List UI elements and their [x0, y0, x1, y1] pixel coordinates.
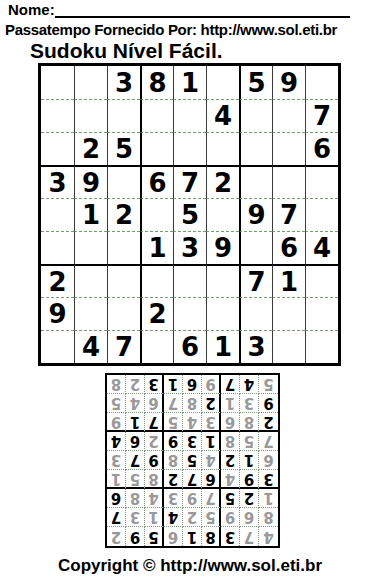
- puzzle-cell: [107, 231, 140, 264]
- solution-cell: 2: [164, 470, 183, 489]
- solution-cell: 4: [145, 489, 164, 508]
- puzzle-cell: [239, 165, 272, 198]
- solution-cell: 1: [202, 432, 221, 451]
- puzzle-cell: [41, 132, 74, 165]
- puzzle-cell: 7: [305, 99, 338, 132]
- puzzle-cell: [206, 297, 239, 330]
- puzzle-cell: 9: [41, 297, 74, 330]
- puzzle-cell: [107, 99, 140, 132]
- solution-grid: 4738165928695241371257934863946728516124…: [105, 373, 280, 548]
- solution-cell: 5: [183, 451, 202, 470]
- puzzle-cell: 7: [173, 165, 206, 198]
- puzzle-cell: [305, 198, 338, 231]
- solution-cell: 3: [126, 508, 145, 527]
- solution-cell: 1: [221, 394, 240, 413]
- puzzle-cell: 3: [173, 231, 206, 264]
- solution-cell: 8: [107, 375, 126, 394]
- puzzle-cell: [107, 264, 140, 297]
- name-label: Nome:: [8, 1, 55, 18]
- puzzle-cell: 2: [74, 132, 107, 165]
- puzzle-cell: 4: [206, 99, 239, 132]
- solution-cell: 1: [259, 489, 278, 508]
- puzzle-cell: 9: [74, 165, 107, 198]
- solution-cell: 3: [202, 413, 221, 432]
- puzzle-cell: 5: [173, 198, 206, 231]
- puzzle-cell: [239, 297, 272, 330]
- puzzle-cell: [107, 165, 140, 198]
- solution-cell: 9: [145, 451, 164, 470]
- solution-cell: 7: [183, 470, 202, 489]
- puzzle-cell: 6: [140, 165, 173, 198]
- copyright-text: Copyright © http://www.sol.eti.br: [0, 556, 380, 576]
- solution-cell: 5: [107, 394, 126, 413]
- solution-cell: 9: [202, 375, 221, 394]
- solution-cell: 6: [145, 394, 164, 413]
- puzzle-cell: [74, 99, 107, 132]
- puzzle-cell: [239, 231, 272, 264]
- solution-cell: 2: [145, 432, 164, 451]
- puzzle-cell: [41, 198, 74, 231]
- puzzle-cell: [305, 264, 338, 297]
- solution-cell: 6: [221, 413, 240, 432]
- solution-cell: 1: [164, 375, 183, 394]
- name-row: Nome:: [8, 1, 350, 18]
- puzzle-cell: [173, 132, 206, 165]
- puzzle-cell: 4: [305, 231, 338, 264]
- puzzle-cell: [206, 264, 239, 297]
- solution-cell: 9: [183, 489, 202, 508]
- solution-cell: 4: [107, 432, 126, 451]
- solution-cell: 4: [221, 470, 240, 489]
- puzzle-cell: 1: [140, 231, 173, 264]
- solution-cell: 8: [202, 527, 221, 546]
- solution-cell: 7: [259, 432, 278, 451]
- puzzle-cell: 1: [74, 198, 107, 231]
- solution-cell: 4: [126, 394, 145, 413]
- puzzle-cell: 3: [107, 66, 140, 99]
- puzzle-cell: [206, 132, 239, 165]
- puzzle-cell: [239, 132, 272, 165]
- puzzle-cell: [206, 198, 239, 231]
- solution-cell: 4: [202, 451, 221, 470]
- solution-cell: 3: [107, 451, 126, 470]
- solution-cell: 7: [202, 489, 221, 508]
- puzzle-cell: 9: [272, 66, 305, 99]
- puzzle-cell: [41, 99, 74, 132]
- solution-cell: 6: [126, 432, 145, 451]
- puzzle-cell: 6: [272, 231, 305, 264]
- solution-cell: 7: [221, 375, 240, 394]
- solution-cell: 5: [240, 432, 259, 451]
- puzzle-cell: 1: [272, 264, 305, 297]
- puzzle-cell: [41, 330, 74, 363]
- solution-cell: 8: [164, 451, 183, 470]
- puzzle-cell: 6: [173, 330, 206, 363]
- solution-cell: 4: [259, 527, 278, 546]
- puzzle-cell: [305, 330, 338, 363]
- solution-cell: 3: [259, 470, 278, 489]
- solution-cell: 8: [126, 489, 145, 508]
- puzzle-cell: 8: [140, 66, 173, 99]
- solution-cell: 5: [202, 508, 221, 527]
- puzzle-cell: 7: [107, 330, 140, 363]
- puzzle-cell: [173, 297, 206, 330]
- solution-cell: 6: [164, 527, 183, 546]
- puzzle-cell: [272, 165, 305, 198]
- puzzle-cell: 6: [305, 132, 338, 165]
- solution-cell: 3: [221, 527, 240, 546]
- solution-cell: 8: [145, 470, 164, 489]
- solution-cell: 6: [107, 489, 126, 508]
- solution-cell: 9: [259, 394, 278, 413]
- solution-cell: 5: [126, 470, 145, 489]
- puzzle-cell: 5: [239, 66, 272, 99]
- puzzle-cell: 9: [239, 198, 272, 231]
- solution-cell: 2: [107, 527, 126, 546]
- puzzle-cell: [74, 66, 107, 99]
- puzzle-cell: 2: [206, 165, 239, 198]
- solution-cell: 7: [145, 413, 164, 432]
- solution-cell: 1: [240, 451, 259, 470]
- puzzle-cell: [272, 297, 305, 330]
- solution-cell: 1: [145, 508, 164, 527]
- puzzle-cell: [140, 198, 173, 231]
- solution-cell: 4: [183, 413, 202, 432]
- puzzle-cell: [107, 297, 140, 330]
- solution-cell: 2: [221, 451, 240, 470]
- solution-cell: 3: [164, 489, 183, 508]
- puzzle-cell: 1: [173, 66, 206, 99]
- puzzle-cell: [140, 132, 173, 165]
- puzzle-cell: 5: [107, 132, 140, 165]
- solution-cell: 2: [126, 375, 145, 394]
- solution-cell: 7: [164, 394, 183, 413]
- puzzle-cell: 2: [107, 198, 140, 231]
- puzzle-cell: [74, 231, 107, 264]
- puzzle-cell: [272, 330, 305, 363]
- solution-cell: 9: [107, 413, 126, 432]
- solution-cell: 2: [202, 394, 221, 413]
- name-write-line: [55, 1, 350, 18]
- puzzle-cell: 7: [272, 198, 305, 231]
- puzzle-cell: 1: [206, 330, 239, 363]
- solution-cell: 5: [259, 375, 278, 394]
- puzzle-cell: [74, 297, 107, 330]
- solution-cell: 6: [259, 451, 278, 470]
- puzzle-cell: [140, 99, 173, 132]
- solution-cell: 5: [145, 527, 164, 546]
- solution-cell: 5: [164, 413, 183, 432]
- puzzle-cell: [239, 99, 272, 132]
- solution-cell: 4: [164, 508, 183, 527]
- solution-cell: 8: [259, 508, 278, 527]
- solution-cell: 3: [240, 394, 259, 413]
- provided-by-text: Passatempo Fornecido Por: http://www.sol…: [5, 21, 337, 38]
- solution-cell: 3: [145, 375, 164, 394]
- puzzle-cell: [173, 264, 206, 297]
- puzzle-cell: 4: [74, 330, 107, 363]
- puzzle-cell: [305, 297, 338, 330]
- solution-cell: 1: [183, 527, 202, 546]
- page-title: Sudoku Nível Fácil.: [30, 39, 223, 63]
- solution-cell: 1: [107, 470, 126, 489]
- solution-cell: 8: [240, 413, 259, 432]
- main-sudoku-grid: 38159472563967212597139642719247613: [38, 63, 341, 366]
- puzzle-cell: [272, 132, 305, 165]
- puzzle-cell: [41, 66, 74, 99]
- puzzle-cell: [305, 66, 338, 99]
- solution-cell: 8: [183, 394, 202, 413]
- solution-cell: 2: [240, 489, 259, 508]
- solution-cell: 7: [126, 451, 145, 470]
- solution-cell: 5: [221, 489, 240, 508]
- puzzle-cell: [305, 165, 338, 198]
- puzzle-cell: [74, 264, 107, 297]
- puzzle-cell: 2: [140, 297, 173, 330]
- solution-cell: 7: [107, 508, 126, 527]
- solution-cell: 6: [183, 375, 202, 394]
- solution-cell: 9: [164, 432, 183, 451]
- solution-cell: 8: [221, 432, 240, 451]
- solution-cell: 1: [126, 413, 145, 432]
- solution-cell: 3: [183, 432, 202, 451]
- puzzle-cell: 3: [239, 330, 272, 363]
- puzzle-cell: [140, 330, 173, 363]
- solution-cell: 2: [183, 508, 202, 527]
- puzzle-cell: [173, 99, 206, 132]
- puzzle-cell: [41, 231, 74, 264]
- puzzle-cell: [140, 264, 173, 297]
- puzzle-cell: 2: [41, 264, 74, 297]
- solution-cell: 9: [126, 527, 145, 546]
- puzzle-cell: 7: [239, 264, 272, 297]
- puzzle-cell: [272, 99, 305, 132]
- solution-cell: 9: [221, 508, 240, 527]
- solution-cell: 7: [240, 527, 259, 546]
- puzzle-cell: 3: [41, 165, 74, 198]
- solution-cell: 9: [240, 470, 259, 489]
- solution-cell: 6: [240, 508, 259, 527]
- solution-cell: 4: [240, 375, 259, 394]
- solution-cell: 2: [259, 413, 278, 432]
- solution-cell: 6: [202, 470, 221, 489]
- puzzle-cell: 9: [206, 231, 239, 264]
- puzzle-cell: [206, 66, 239, 99]
